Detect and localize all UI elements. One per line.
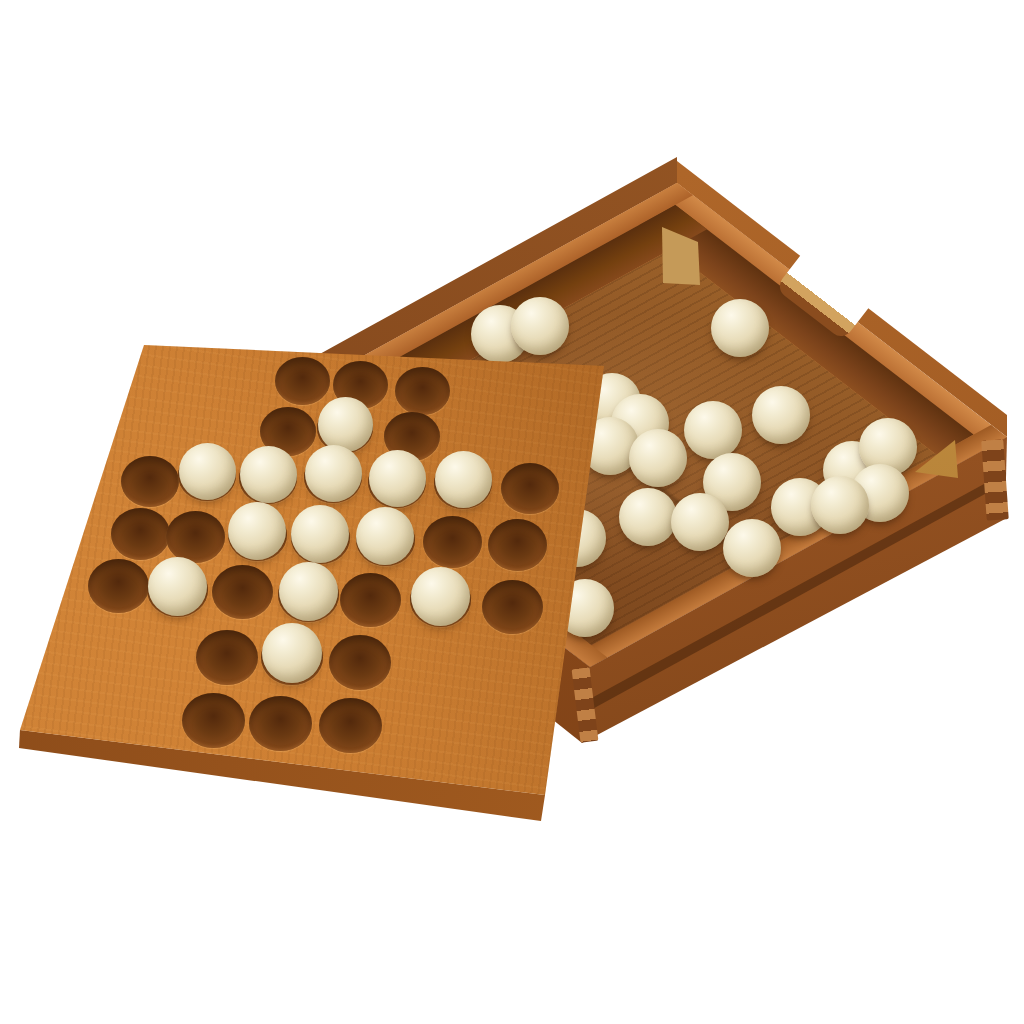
hole-r3c7 (501, 463, 559, 514)
tray-marble-16 (619, 488, 677, 546)
hole-r5c3 (212, 565, 273, 619)
hole-r6c3 (196, 630, 258, 685)
marble-r3c5 (369, 450, 426, 507)
tray-marble-15 (811, 476, 869, 534)
hole-r4c7 (488, 519, 547, 571)
hole-r1c3 (275, 357, 330, 405)
marble-r5c6 (411, 567, 470, 626)
tray-marble-2 (511, 297, 569, 355)
hole-r1c5 (395, 367, 450, 415)
marble-r4c5 (356, 507, 414, 565)
marble-r3c3 (240, 446, 297, 503)
hole-r7c5 (319, 698, 382, 753)
marble-r4c4 (291, 505, 349, 563)
tray-marble-7 (629, 429, 687, 487)
hole-r4c2 (166, 511, 225, 563)
marble-r5c2 (148, 557, 207, 616)
hole-r7c3 (182, 693, 245, 748)
marble-r3c4 (305, 445, 362, 502)
hole-r7c4 (249, 696, 312, 751)
marble-r6c4 (262, 623, 322, 683)
tray-marble-18 (723, 519, 781, 577)
hole-r3c1 (121, 456, 179, 507)
marble-r3c2 (179, 443, 236, 500)
tray-marble-8 (684, 401, 742, 459)
marble-r5c4 (279, 562, 338, 621)
marble-r4c3 (228, 502, 286, 560)
product-photo-scene (0, 0, 1024, 1024)
tray-marble-17 (671, 493, 729, 551)
marble-r2c4 (318, 397, 373, 452)
hole-r5c7 (482, 580, 543, 634)
hole-r5c1 (88, 559, 149, 613)
hole-r4c6 (423, 516, 482, 568)
marble-r3c6 (435, 451, 492, 508)
tray-marble-9 (752, 386, 810, 444)
hole-r4c1 (111, 508, 170, 560)
tray-marble-3 (711, 299, 769, 357)
hole-r5c5 (340, 573, 401, 627)
hole-r6c5 (329, 635, 391, 690)
